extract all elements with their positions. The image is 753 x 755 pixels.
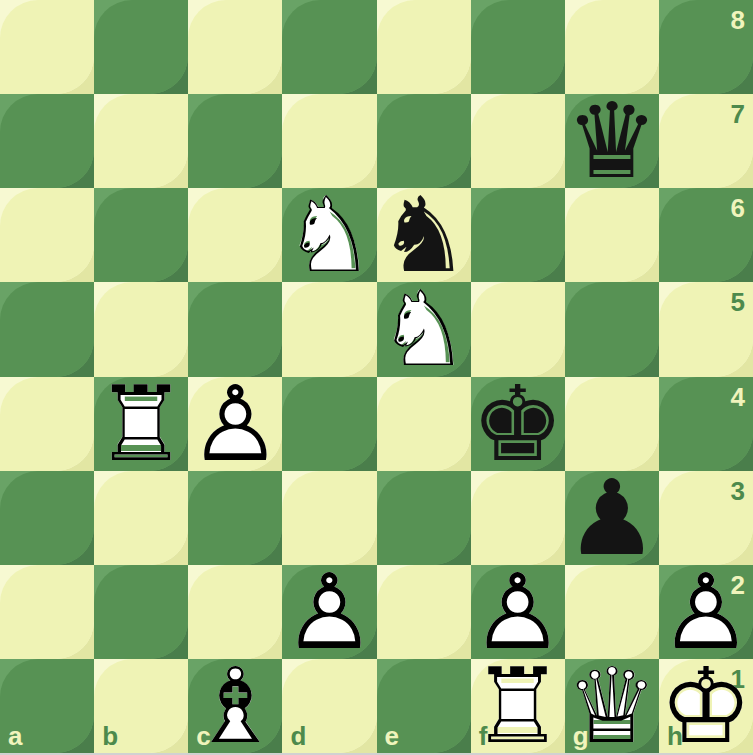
square-shading-inner	[471, 188, 565, 282]
square-b1[interactable]: b	[94, 659, 188, 753]
file-label-e: e	[385, 723, 399, 749]
rank-label-4: 4	[731, 384, 745, 410]
square-e4[interactable]	[377, 377, 471, 471]
square-h2[interactable]: 2♟♙	[659, 565, 753, 659]
piece-glyph-outline: ♙	[282, 565, 376, 659]
piece-glyph-fill: ♚	[471, 377, 565, 471]
white-knight-e5[interactable]: ♞♘	[377, 282, 471, 376]
square-e8[interactable]	[377, 0, 471, 94]
square-c5[interactable]	[188, 282, 282, 376]
square-f2[interactable]: ♟♙	[471, 565, 565, 659]
piece-glyph-outline: ♖	[94, 377, 188, 471]
square-h3[interactable]: 3	[659, 471, 753, 565]
piece-glyph-outline: ♙	[471, 565, 565, 659]
square-d8[interactable]	[282, 0, 376, 94]
square-shading-inner	[94, 565, 188, 659]
square-d1[interactable]: d	[282, 659, 376, 753]
square-shading-inner	[0, 94, 94, 188]
square-shading-inner	[0, 0, 94, 94]
square-e6[interactable]: ♞	[377, 188, 471, 282]
square-shading-inner	[377, 377, 471, 471]
square-shading-inner	[377, 565, 471, 659]
square-a5[interactable]	[0, 282, 94, 376]
square-f1[interactable]: f♜♖	[471, 659, 565, 753]
square-shading-inner	[188, 471, 282, 565]
square-shading-inner	[94, 471, 188, 565]
file-label-d: d	[290, 723, 306, 749]
square-shading-inner	[0, 377, 94, 471]
black-pawn-g3[interactable]: ♟	[565, 471, 659, 565]
rank-label-8: 8	[731, 7, 745, 33]
square-e5[interactable]: ♞♘	[377, 282, 471, 376]
square-f7[interactable]	[471, 94, 565, 188]
square-h1[interactable]: 1h♚♔	[659, 659, 753, 753]
square-c7[interactable]	[188, 94, 282, 188]
piece-glyph-fill: ♞	[377, 188, 471, 282]
piece-glyph-outline: ♙	[188, 377, 282, 471]
piece-glyph-outline: ♘	[282, 188, 376, 282]
square-shading-inner	[471, 94, 565, 188]
square-e2[interactable]	[377, 565, 471, 659]
square-shading-inner	[282, 471, 376, 565]
square-b5[interactable]	[94, 282, 188, 376]
square-c2[interactable]	[188, 565, 282, 659]
square-shading-inner	[188, 188, 282, 282]
square-g2[interactable]	[565, 565, 659, 659]
square-shading-inner	[565, 282, 659, 376]
square-b7[interactable]	[94, 94, 188, 188]
square-shading-inner	[188, 94, 282, 188]
black-queen-g7[interactable]: ♛	[565, 94, 659, 188]
white-pawn-h2[interactable]: ♟♙	[659, 565, 753, 659]
square-shading-inner	[471, 282, 565, 376]
square-f4[interactable]: ♚	[471, 377, 565, 471]
square-shading-inner	[565, 565, 659, 659]
piece-glyph-outline: ♗	[188, 659, 282, 753]
white-rook-f1[interactable]: ♜♖	[471, 659, 565, 753]
square-f6[interactable]	[471, 188, 565, 282]
square-g3[interactable]: ♟	[565, 471, 659, 565]
piece-glyph-outline: ♘	[377, 282, 471, 376]
square-g1[interactable]: g♛♕	[565, 659, 659, 753]
square-g5[interactable]	[565, 282, 659, 376]
piece-glyph-outline: ♕	[565, 659, 659, 753]
square-h8[interactable]: 8	[659, 0, 753, 94]
piece-glyph-fill: ♛	[565, 94, 659, 188]
file-label-b: b	[102, 723, 118, 749]
square-shading-inner	[0, 188, 94, 282]
square-f8[interactable]	[471, 0, 565, 94]
square-b4[interactable]: ♜♖	[94, 377, 188, 471]
square-h6[interactable]: 6	[659, 188, 753, 282]
square-shading-inner	[0, 282, 94, 376]
square-c6[interactable]	[188, 188, 282, 282]
square-h4[interactable]: 4	[659, 377, 753, 471]
square-shading-inner	[188, 565, 282, 659]
piece-glyph-outline: ♖	[471, 659, 565, 753]
square-b3[interactable]	[94, 471, 188, 565]
square-shading-inner	[377, 94, 471, 188]
black-king-f4[interactable]: ♚	[471, 377, 565, 471]
square-c4[interactable]: ♟♙	[188, 377, 282, 471]
square-g8[interactable]	[565, 0, 659, 94]
square-shading-inner	[471, 0, 565, 94]
square-g7[interactable]: ♛	[565, 94, 659, 188]
rank-label-5: 5	[731, 289, 745, 315]
square-a7[interactable]	[0, 94, 94, 188]
white-knight-d6[interactable]: ♞♘	[282, 188, 376, 282]
square-a1[interactable]: a	[0, 659, 94, 753]
piece-glyph-fill: ♟	[565, 471, 659, 565]
square-f5[interactable]	[471, 282, 565, 376]
square-g6[interactable]	[565, 188, 659, 282]
square-f3[interactable]	[471, 471, 565, 565]
file-label-a: a	[8, 723, 22, 749]
square-shading-inner	[565, 0, 659, 94]
rank-label-3: 3	[731, 478, 745, 504]
square-b6[interactable]	[94, 188, 188, 282]
square-d2[interactable]: ♟♙	[282, 565, 376, 659]
white-pawn-d2[interactable]: ♟♙	[282, 565, 376, 659]
square-a8[interactable]	[0, 0, 94, 94]
square-shading-inner	[0, 471, 94, 565]
rank-label-7: 7	[731, 101, 745, 127]
square-d6[interactable]: ♞♘	[282, 188, 376, 282]
square-shading-inner	[282, 0, 376, 94]
square-shading-inner	[188, 0, 282, 94]
square-e1[interactable]: e	[377, 659, 471, 753]
square-shading-inner	[282, 377, 376, 471]
square-shading-inner	[0, 565, 94, 659]
square-a3[interactable]	[0, 471, 94, 565]
square-b8[interactable]	[94, 0, 188, 94]
piece-glyph-outline: ♔	[659, 659, 753, 753]
rank-label-6: 6	[731, 195, 745, 221]
square-d7[interactable]	[282, 94, 376, 188]
square-c8[interactable]	[188, 0, 282, 94]
square-b2[interactable]	[94, 565, 188, 659]
square-a6[interactable]	[0, 188, 94, 282]
square-shading-inner	[94, 94, 188, 188]
square-g4[interactable]	[565, 377, 659, 471]
chess-board: 8♛7♞♘♞6♞♘5♜♖♟♙♚4♟3♟♙♟♙2♟♙abc♝♗def♜♖g♛♕1h…	[0, 0, 753, 753]
black-knight-e6[interactable]: ♞	[377, 188, 471, 282]
square-shading-inner	[282, 282, 376, 376]
square-shading-inner	[94, 188, 188, 282]
square-shading-inner	[471, 471, 565, 565]
square-shading-inner	[282, 94, 376, 188]
square-shading-inner	[565, 377, 659, 471]
square-a4[interactable]	[0, 377, 94, 471]
white-pawn-c4[interactable]: ♟♙	[188, 377, 282, 471]
square-d4[interactable]	[282, 377, 376, 471]
white-rook-b4[interactable]: ♜♖	[94, 377, 188, 471]
square-e7[interactable]	[377, 94, 471, 188]
square-shading-inner	[377, 0, 471, 94]
white-king-h1[interactable]: ♚♔	[659, 659, 753, 753]
square-e3[interactable]	[377, 471, 471, 565]
square-d3[interactable]	[282, 471, 376, 565]
white-bishop-c1[interactable]: ♝♗	[188, 659, 282, 753]
square-shading-inner	[94, 0, 188, 94]
square-d5[interactable]	[282, 282, 376, 376]
square-h7[interactable]: 7	[659, 94, 753, 188]
square-shading-inner	[94, 282, 188, 376]
square-shading-inner	[377, 471, 471, 565]
white-queen-g1[interactable]: ♛♕	[565, 659, 659, 753]
square-h5[interactable]: 5	[659, 282, 753, 376]
square-c3[interactable]	[188, 471, 282, 565]
square-shading-inner	[565, 188, 659, 282]
white-pawn-f2[interactable]: ♟♙	[471, 565, 565, 659]
piece-glyph-outline: ♙	[659, 565, 753, 659]
square-a2[interactable]	[0, 565, 94, 659]
square-c1[interactable]: c♝♗	[188, 659, 282, 753]
square-shading-inner	[188, 282, 282, 376]
